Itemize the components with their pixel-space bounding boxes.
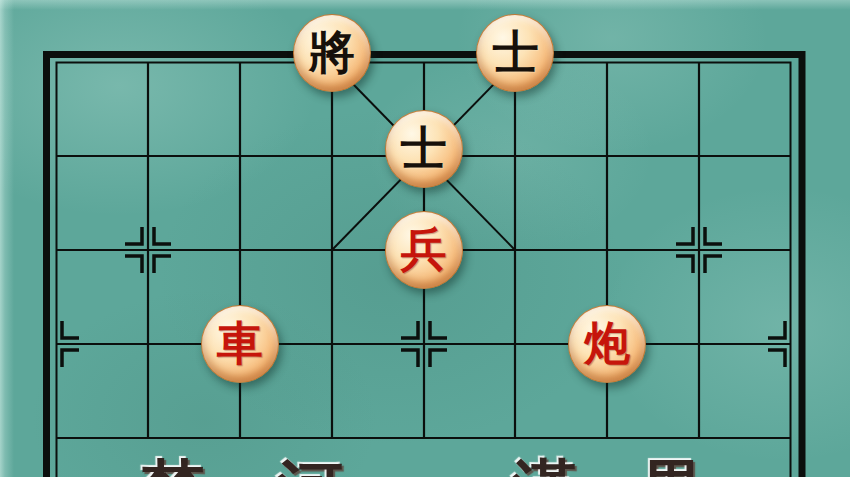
piece-character: 士 [492, 30, 538, 76]
piece-character: 將 [309, 30, 355, 76]
piece-character: 車 [217, 321, 263, 367]
piece-character: 炮 [584, 321, 630, 367]
piece-red-cannon[interactable]: 炮 [568, 305, 646, 383]
river-character-3: 漢 [505, 458, 585, 477]
piece-black-general[interactable]: 將 [293, 14, 371, 92]
river-character-2: 河 [270, 458, 350, 477]
piece-red-chariot[interactable]: 車 [201, 305, 279, 383]
xiangqi-board[interactable]: 將士士兵車炮楚河漢界 [0, 0, 850, 477]
piece-character: 士 [401, 126, 447, 172]
river-character-4: 界 [632, 458, 712, 477]
piece-character: 兵 [401, 227, 447, 273]
piece-black-advisor-a[interactable]: 士 [476, 14, 554, 92]
river-character-1: 楚 [132, 458, 212, 477]
piece-black-advisor-b[interactable]: 士 [385, 110, 463, 188]
piece-red-soldier[interactable]: 兵 [385, 211, 463, 289]
